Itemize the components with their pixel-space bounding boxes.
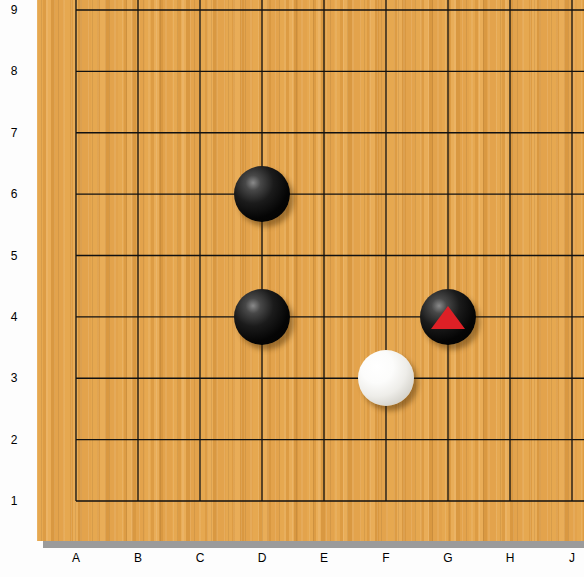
go-board-window: 987654321 ABCDEFGHJ (0, 0, 584, 577)
col-label-C: C (189, 551, 211, 565)
triangle-marker (431, 306, 465, 329)
col-label-B: B (127, 551, 149, 565)
row-label-5: 5 (1, 249, 27, 263)
col-label-H: H (499, 551, 521, 565)
stone-black-g4[interactable] (420, 289, 476, 345)
col-label-E: E (313, 551, 335, 565)
col-label-G: G (437, 551, 459, 565)
col-label-D: D (251, 551, 273, 565)
stone-black-d4[interactable] (234, 289, 290, 345)
row-label-1: 1 (1, 494, 27, 508)
row-label-8: 8 (1, 64, 27, 78)
row-label-6: 6 (1, 187, 27, 201)
col-label-J: J (561, 551, 583, 565)
col-label-F: F (375, 551, 397, 565)
col-label-A: A (65, 551, 87, 565)
stone-black-d6[interactable] (234, 166, 290, 222)
row-label-3: 3 (1, 371, 27, 385)
board-drop-shadow (43, 541, 584, 548)
go-board[interactable] (37, 0, 584, 541)
stone-white-f3[interactable] (358, 350, 414, 406)
row-label-2: 2 (1, 433, 27, 447)
row-label-7: 7 (1, 126, 27, 140)
row-label-9: 9 (1, 3, 27, 17)
row-label-4: 4 (1, 310, 27, 324)
